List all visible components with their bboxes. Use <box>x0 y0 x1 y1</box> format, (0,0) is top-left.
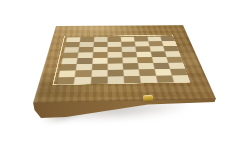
board-square[interactable] <box>140 76 158 83</box>
board-square[interactable] <box>108 76 125 83</box>
board-square[interactable] <box>124 76 141 83</box>
chessboard-photo <box>0 0 240 150</box>
chess-board <box>33 25 216 103</box>
board-square[interactable] <box>172 75 190 82</box>
board-square[interactable] <box>57 77 75 84</box>
board-grid <box>57 36 190 84</box>
board-square[interactable] <box>91 77 108 84</box>
board-wrap <box>0 0 240 150</box>
board-square[interactable] <box>74 77 91 84</box>
brass-clasp <box>143 94 153 100</box>
